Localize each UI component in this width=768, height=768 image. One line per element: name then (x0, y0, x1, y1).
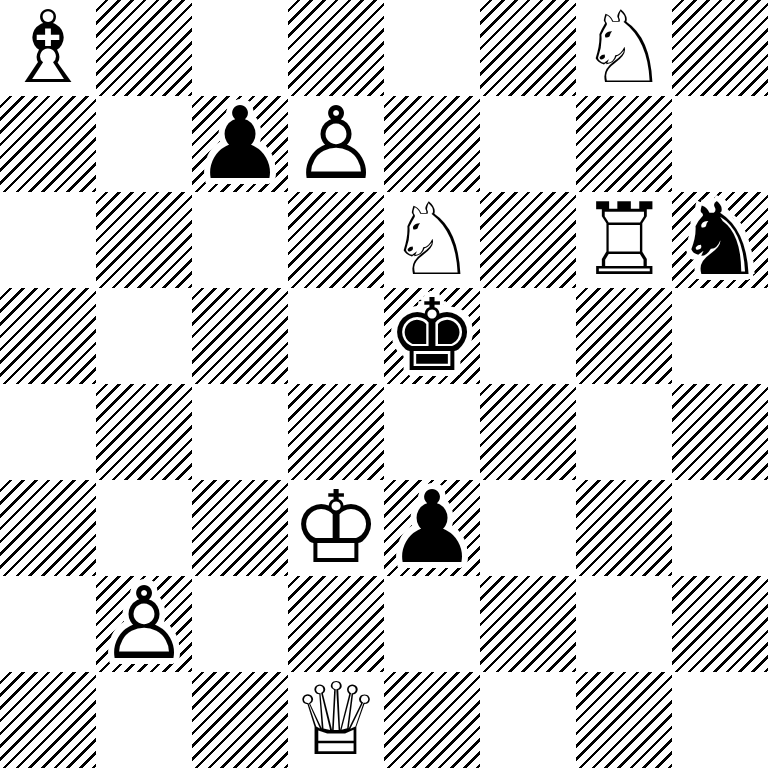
square-h7[interactable] (672, 96, 768, 192)
square-g4[interactable] (576, 384, 672, 480)
square-b2[interactable]: ♟♙ (96, 576, 192, 672)
square-g5[interactable] (576, 288, 672, 384)
piece-white-pawn: ♙ (288, 96, 384, 192)
piece-black-pawn: ♟ (192, 96, 288, 192)
square-c2[interactable] (192, 576, 288, 672)
square-d2[interactable] (288, 576, 384, 672)
square-f8[interactable] (480, 0, 576, 96)
square-c8[interactable] (192, 0, 288, 96)
square-e7[interactable] (384, 96, 480, 192)
chess-board: ♝♗♞♘♟♟♟♙♞♘♜♖♞♞♚♚♚♔♟♟♟♙♛♕ (0, 0, 768, 768)
square-a7[interactable] (0, 96, 96, 192)
square-c6[interactable] (192, 192, 288, 288)
square-e6[interactable]: ♞♘ (384, 192, 480, 288)
square-d7[interactable]: ♟♙ (288, 96, 384, 192)
square-f2[interactable] (480, 576, 576, 672)
square-g8[interactable]: ♞♘ (576, 0, 672, 96)
square-f1[interactable] (480, 672, 576, 768)
square-e3[interactable]: ♟♟ (384, 480, 480, 576)
square-e5[interactable]: ♚♚ (384, 288, 480, 384)
square-f7[interactable] (480, 96, 576, 192)
square-d5[interactable] (288, 288, 384, 384)
square-c5[interactable] (192, 288, 288, 384)
square-b5[interactable] (96, 288, 192, 384)
piece-white-bishop: ♗ (0, 0, 96, 96)
square-b8[interactable] (96, 0, 192, 96)
square-h8[interactable] (672, 0, 768, 96)
square-b6[interactable] (96, 192, 192, 288)
square-a4[interactable] (0, 384, 96, 480)
square-b4[interactable] (96, 384, 192, 480)
piece-white-pawn: ♙ (96, 576, 192, 672)
square-a8[interactable]: ♝♗ (0, 0, 96, 96)
square-h5[interactable] (672, 288, 768, 384)
square-c3[interactable] (192, 480, 288, 576)
square-e4[interactable] (384, 384, 480, 480)
square-f5[interactable] (480, 288, 576, 384)
square-d6[interactable] (288, 192, 384, 288)
piece-black-knight: ♞ (672, 192, 768, 288)
square-g2[interactable] (576, 576, 672, 672)
square-d8[interactable] (288, 0, 384, 96)
square-e8[interactable] (384, 0, 480, 96)
square-d1[interactable]: ♛♕ (288, 672, 384, 768)
square-e1[interactable] (384, 672, 480, 768)
square-c4[interactable] (192, 384, 288, 480)
square-b3[interactable] (96, 480, 192, 576)
square-a1[interactable] (0, 672, 96, 768)
square-h2[interactable] (672, 576, 768, 672)
square-a5[interactable] (0, 288, 96, 384)
piece-white-rook: ♖ (576, 192, 672, 288)
square-c7[interactable]: ♟♟ (192, 96, 288, 192)
square-f4[interactable] (480, 384, 576, 480)
square-e2[interactable] (384, 576, 480, 672)
square-h1[interactable] (672, 672, 768, 768)
square-g3[interactable] (576, 480, 672, 576)
piece-white-queen: ♕ (288, 672, 384, 768)
square-g6[interactable]: ♜♖ (576, 192, 672, 288)
piece-white-knight: ♘ (384, 192, 480, 288)
square-h6[interactable]: ♞♞ (672, 192, 768, 288)
square-g7[interactable] (576, 96, 672, 192)
square-b7[interactable] (96, 96, 192, 192)
square-d3[interactable]: ♚♔ (288, 480, 384, 576)
square-f6[interactable] (480, 192, 576, 288)
piece-black-king: ♚ (384, 288, 480, 384)
piece-white-knight: ♘ (576, 0, 672, 96)
square-a3[interactable] (0, 480, 96, 576)
piece-black-pawn: ♟ (384, 480, 480, 576)
square-f3[interactable] (480, 480, 576, 576)
piece-white-king: ♔ (288, 480, 384, 576)
square-h4[interactable] (672, 384, 768, 480)
square-a2[interactable] (0, 576, 96, 672)
square-g1[interactable] (576, 672, 672, 768)
square-b1[interactable] (96, 672, 192, 768)
square-h3[interactable] (672, 480, 768, 576)
square-c1[interactable] (192, 672, 288, 768)
square-d4[interactable] (288, 384, 384, 480)
square-a6[interactable] (0, 192, 96, 288)
